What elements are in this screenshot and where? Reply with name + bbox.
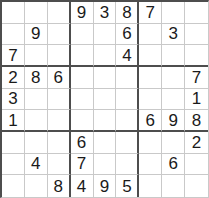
cell-r9c2-empty[interactable] (25, 175, 48, 197)
cell-r4c7-empty[interactable] (139, 67, 162, 89)
cell-r4c9-given: 7 (185, 67, 208, 89)
cell-r9c7-empty[interactable] (139, 175, 162, 197)
cell-r6c2-empty[interactable] (25, 110, 48, 132)
cell-r7c9-given: 2 (185, 132, 208, 154)
cell-r9c3-given: 8 (48, 175, 71, 197)
cell-r1c9-empty[interactable] (185, 2, 208, 24)
cell-r2c5-empty[interactable] (94, 24, 117, 46)
cell-r3c4-empty[interactable] (71, 45, 94, 67)
cell-r5c9-given: 1 (185, 89, 208, 111)
cell-r6c4-empty[interactable] (71, 110, 94, 132)
cell-r6c5-empty[interactable] (94, 110, 117, 132)
cell-r5c1-given: 3 (2, 89, 25, 111)
cell-r1c6-given: 8 (116, 2, 139, 24)
cell-r2c8-given: 3 (162, 24, 185, 46)
cell-r4c5-empty[interactable] (94, 67, 117, 89)
cell-r4c2-given: 8 (25, 67, 48, 89)
cell-r8c3-empty[interactable] (48, 154, 71, 176)
cell-r9c8-empty[interactable] (162, 175, 185, 197)
cell-r4c1-given: 2 (2, 67, 25, 89)
cell-r5c6-empty[interactable] (116, 89, 139, 111)
cell-r9c9-empty[interactable] (185, 175, 208, 197)
cell-r5c3-empty[interactable] (48, 89, 71, 111)
cell-r6c8-given: 9 (162, 110, 185, 132)
cell-r7c8-empty[interactable] (162, 132, 185, 154)
cell-r6c3-empty[interactable] (48, 110, 71, 132)
cell-r4c4-empty[interactable] (71, 67, 94, 89)
cell-r2c1-empty[interactable] (2, 24, 25, 46)
cell-r7c5-empty[interactable] (94, 132, 117, 154)
cell-r7c3-empty[interactable] (48, 132, 71, 154)
cell-r8c8-given: 6 (162, 154, 185, 176)
cell-r3c8-empty[interactable] (162, 45, 185, 67)
cell-r8c6-empty[interactable] (116, 154, 139, 176)
cell-r1c5-given: 3 (94, 2, 117, 24)
cell-r7c2-empty[interactable] (25, 132, 48, 154)
cell-r2c9-empty[interactable] (185, 24, 208, 46)
sudoku-board: 9387963742867311698624768495 (0, 0, 209, 198)
cell-r1c2-empty[interactable] (25, 2, 48, 24)
cell-r2c3-empty[interactable] (48, 24, 71, 46)
cell-r4c6-empty[interactable] (116, 67, 139, 89)
cell-r8c4-given: 7 (71, 154, 94, 176)
cell-r3c5-empty[interactable] (94, 45, 117, 67)
cell-r7c6-empty[interactable] (116, 132, 139, 154)
cell-r9c5-given: 9 (94, 175, 117, 197)
cell-r3c7-empty[interactable] (139, 45, 162, 67)
cell-r7c7-empty[interactable] (139, 132, 162, 154)
cell-r6c9-given: 8 (185, 110, 208, 132)
cell-r5c2-empty[interactable] (25, 89, 48, 111)
cell-r8c5-empty[interactable] (94, 154, 117, 176)
cell-r5c7-empty[interactable] (139, 89, 162, 111)
cell-r8c9-empty[interactable] (185, 154, 208, 176)
cell-r2c6-given: 6 (116, 24, 139, 46)
cell-r8c1-empty[interactable] (2, 154, 25, 176)
cell-r9c1-empty[interactable] (2, 175, 25, 197)
cell-r8c2-given: 4 (25, 154, 48, 176)
cell-r1c8-empty[interactable] (162, 2, 185, 24)
cell-r3c3-empty[interactable] (48, 45, 71, 67)
cell-r8c7-empty[interactable] (139, 154, 162, 176)
cell-r6c6-empty[interactable] (116, 110, 139, 132)
cell-r1c7-given: 7 (139, 2, 162, 24)
cell-r9c6-given: 5 (116, 175, 139, 197)
cell-r6c7-given: 6 (139, 110, 162, 132)
cell-r2c2-given: 9 (25, 24, 48, 46)
cell-r3c6-given: 4 (116, 45, 139, 67)
cell-r1c3-empty[interactable] (48, 2, 71, 24)
cell-r3c1-given: 7 (2, 45, 25, 67)
cell-r7c1-empty[interactable] (2, 132, 25, 154)
cell-r6c1-given: 1 (2, 110, 25, 132)
cell-r4c8-empty[interactable] (162, 67, 185, 89)
cell-r4c3-given: 6 (48, 67, 71, 89)
cell-r1c1-empty[interactable] (2, 2, 25, 24)
cell-r3c9-empty[interactable] (185, 45, 208, 67)
cell-r5c5-empty[interactable] (94, 89, 117, 111)
cell-r5c4-empty[interactable] (71, 89, 94, 111)
cell-r9c4-given: 4 (71, 175, 94, 197)
cell-r1c4-given: 9 (71, 2, 94, 24)
cell-r7c4-given: 6 (71, 132, 94, 154)
cell-r3c2-empty[interactable] (25, 45, 48, 67)
cell-r2c4-empty[interactable] (71, 24, 94, 46)
cell-r2c7-empty[interactable] (139, 24, 162, 46)
cell-r5c8-empty[interactable] (162, 89, 185, 111)
